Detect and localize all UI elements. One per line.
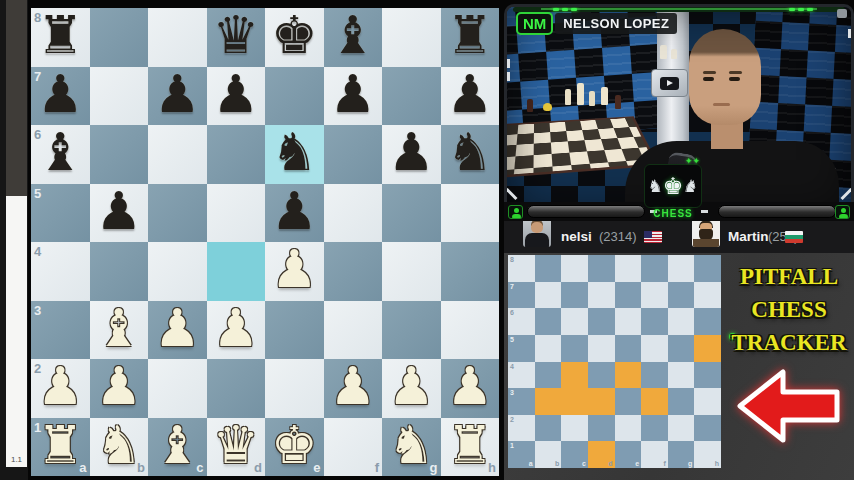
black-pawn: ♟	[207, 67, 266, 126]
square-h2[interactable]: ♟	[441, 359, 500, 418]
square-b4[interactable]	[90, 242, 149, 301]
streamer-title-badge: NM NELSON LOPEZ	[516, 12, 677, 35]
square-c8[interactable]	[148, 8, 207, 67]
square-h1: h	[694, 441, 721, 468]
square-g2	[668, 415, 695, 442]
left-player-rating: (2314)	[599, 229, 637, 244]
black-king: ♚	[265, 8, 324, 67]
led-segment	[562, 8, 568, 11]
white-pawn: ♟	[441, 359, 500, 418]
square-b4	[535, 362, 562, 389]
square-f4	[641, 362, 668, 389]
file-label: h	[715, 460, 719, 467]
square-a1[interactable]: 1a♜	[31, 418, 90, 477]
square-a2: 2	[508, 415, 535, 442]
file-label: c	[582, 460, 586, 467]
file-label: a	[529, 460, 533, 467]
square-f4[interactable]	[324, 242, 383, 301]
white-knight: ♞	[382, 418, 441, 477]
square-e2[interactable]	[265, 359, 324, 418]
stream-frame: 1.1 8♜♛♚♝♜7♟♟♟♟♟6♝♞♟♞5♟♟4♟3♝♟♟2♟♟♟♟♟1a♜b…	[0, 0, 854, 480]
square-g3	[668, 388, 695, 415]
square-a8[interactable]: 8♜	[31, 8, 90, 67]
evaluation-bar: 1.1	[0, 0, 28, 480]
square-f3	[641, 388, 668, 415]
white-knight: ♞	[90, 418, 149, 477]
square-d6[interactable]	[207, 125, 266, 184]
square-d4	[588, 362, 615, 389]
square-f1: f	[641, 441, 668, 468]
avatar-left-player	[523, 218, 551, 247]
square-h6[interactable]: ♞	[441, 125, 500, 184]
rank-label: 2	[510, 416, 514, 423]
square-d3[interactable]: ♟	[207, 301, 266, 360]
square-d4[interactable]	[207, 242, 266, 301]
square-b2[interactable]: ♟	[90, 359, 149, 418]
square-g8	[668, 255, 695, 282]
black-bishop: ♝	[324, 8, 383, 67]
square-g4	[668, 362, 695, 389]
white-king: ♚	[265, 418, 324, 477]
square-g1: g	[668, 441, 695, 468]
white-pawn: ♟	[148, 301, 207, 360]
right-player-name: Martin	[728, 229, 769, 244]
square-c3	[561, 388, 588, 415]
square-e6[interactable]: ♞	[265, 125, 324, 184]
rank-label: 4	[510, 363, 514, 370]
square-e8	[615, 255, 642, 282]
square-e8[interactable]: ♚	[265, 8, 324, 67]
square-c1[interactable]: c♝	[148, 418, 207, 477]
square-c4	[561, 362, 588, 389]
led-segment	[571, 8, 577, 11]
square-f1[interactable]: f	[324, 418, 383, 477]
square-e7	[615, 282, 642, 309]
square-d2[interactable]	[207, 359, 266, 418]
united-states-flag-icon	[644, 231, 662, 243]
square-f8[interactable]: ♝	[324, 8, 383, 67]
square-a5: 5	[508, 335, 535, 362]
square-g5	[668, 335, 695, 362]
square-g7[interactable]	[382, 67, 441, 126]
square-g6	[668, 308, 695, 335]
square-b7[interactable]	[90, 67, 149, 126]
square-e3	[615, 388, 642, 415]
square-h7[interactable]: ♟	[441, 67, 500, 126]
rank-label: 8	[510, 256, 514, 263]
black-pawn: ♟	[31, 67, 90, 126]
frame-edge-detail	[848, 29, 851, 38]
square-h5	[694, 335, 721, 362]
rank-label: 4	[34, 245, 41, 258]
square-f2	[641, 415, 668, 442]
square-b7	[535, 282, 562, 309]
square-f7[interactable]: ♟	[324, 67, 383, 126]
square-b2	[535, 415, 562, 442]
rank-label: 3	[34, 304, 41, 317]
square-e1[interactable]: e♚	[265, 418, 324, 477]
black-rook: ♜	[441, 8, 500, 67]
square-b1[interactable]: b♞	[90, 418, 149, 477]
logo-knight-icon: ♞	[647, 178, 662, 195]
rank-label: 5	[510, 336, 514, 343]
file-label: f	[375, 461, 379, 474]
tracker-title-line: TRACKER	[726, 326, 852, 359]
square-d5[interactable]	[207, 184, 266, 243]
square-d8	[588, 255, 615, 282]
square-d7	[588, 282, 615, 309]
file-label: e	[635, 460, 639, 467]
square-a1: 1a	[508, 441, 535, 468]
black-pawn: ♟	[148, 67, 207, 126]
black-knight: ♞	[265, 125, 324, 184]
square-b6	[535, 308, 562, 335]
square-a3[interactable]: 3	[31, 301, 90, 360]
square-a3: 3	[508, 388, 535, 415]
black-bishop: ♝	[31, 125, 90, 184]
square-h2	[694, 415, 721, 442]
white-queen: ♛	[207, 418, 266, 477]
square-a7: 7	[508, 282, 535, 309]
file-label: d	[608, 460, 612, 467]
square-h5[interactable]	[441, 184, 500, 243]
file-label: b	[555, 460, 559, 467]
square-a6: 6	[508, 308, 535, 335]
square-e1: e	[615, 441, 642, 468]
pitfall-tracker-panel: 87654321abcdefgh PITFALL CHESS TRACKER	[504, 253, 854, 480]
tracker-mini-board: 87654321abcdefgh	[508, 255, 721, 468]
square-c5	[561, 335, 588, 362]
black-pawn: ♟	[265, 184, 324, 243]
avatar-right-player	[692, 218, 720, 247]
evaluation-value: 1.1	[6, 455, 27, 464]
players-bar: nelsi (2314) Martin (250)	[504, 221, 854, 253]
tracker-title-line: PITFALL	[726, 260, 852, 293]
rank-label: 6	[510, 309, 514, 316]
black-rook: ♜	[31, 8, 90, 67]
square-g7	[668, 282, 695, 309]
square-a7[interactable]: 7♟	[31, 67, 90, 126]
tracker-title-line: CHESS	[726, 293, 852, 326]
nm-title-badge: NM	[516, 12, 553, 35]
square-e4[interactable]: ♟	[265, 242, 324, 301]
led-segment	[807, 8, 813, 11]
square-d5	[588, 335, 615, 362]
sparkle-icon: ✦✦	[685, 156, 700, 166]
file-label: f	[663, 460, 665, 467]
square-a2[interactable]: 2♟	[31, 359, 90, 418]
square-f2[interactable]: ♟	[324, 359, 383, 418]
square-f6[interactable]	[324, 125, 383, 184]
logo-crest: ♞ ♚ ♞	[644, 164, 702, 208]
logo-text: CHESS	[638, 208, 708, 219]
square-c6	[561, 308, 588, 335]
red-arrow-icon	[736, 366, 842, 446]
square-e3[interactable]	[265, 301, 324, 360]
black-pawn: ♟	[441, 67, 500, 126]
square-g5[interactable]	[382, 184, 441, 243]
black-pawn: ♟	[90, 184, 149, 243]
square-f7	[641, 282, 668, 309]
square-b5[interactable]: ♟	[90, 184, 149, 243]
square-a8: 8	[508, 255, 535, 282]
rank-label: 5	[34, 187, 41, 200]
square-f5[interactable]	[324, 184, 383, 243]
black-pawn: ♟	[382, 125, 441, 184]
led-segment	[798, 8, 804, 11]
white-bishop: ♝	[148, 418, 207, 477]
streamer-name: NELSON LOPEZ	[555, 13, 677, 34]
square-g6[interactable]: ♟	[382, 125, 441, 184]
square-c5[interactable]	[148, 184, 207, 243]
square-h3	[694, 388, 721, 415]
square-f3[interactable]	[324, 301, 383, 360]
black-queen: ♛	[207, 8, 266, 67]
square-d6	[588, 308, 615, 335]
square-d8[interactable]: ♛	[207, 8, 266, 67]
square-d7[interactable]: ♟	[207, 67, 266, 126]
square-d2	[588, 415, 615, 442]
overlay-pill-left	[527, 205, 645, 218]
file-label: g	[688, 460, 692, 467]
avatar-torso	[525, 233, 549, 247]
square-g1[interactable]: g♞	[382, 418, 441, 477]
rank-label: 1	[510, 442, 514, 449]
square-e2	[615, 415, 642, 442]
square-b6[interactable]	[90, 125, 149, 184]
square-c6[interactable]	[148, 125, 207, 184]
white-pawn: ♟	[324, 359, 383, 418]
square-c2	[561, 415, 588, 442]
avatar-torso	[693, 239, 719, 247]
square-h8	[694, 255, 721, 282]
evaluation-bar-black-side: 1.1	[6, 0, 27, 467]
square-h4[interactable]	[441, 242, 500, 301]
frame-corner-tab	[837, 9, 847, 18]
square-e5[interactable]: ♟	[265, 184, 324, 243]
square-g2[interactable]: ♟	[382, 359, 441, 418]
square-e6	[615, 308, 642, 335]
tracker-title: PITFALL CHESS TRACKER	[726, 260, 852, 359]
square-h1[interactable]: h♜	[441, 418, 500, 477]
square-b5	[535, 335, 562, 362]
left-player-name: nelsi	[561, 229, 592, 244]
square-f5	[641, 335, 668, 362]
square-b8	[535, 255, 562, 282]
square-d1: d	[588, 441, 615, 468]
square-b3	[535, 388, 562, 415]
channel-logo: ✦✦ ♞ ♚ ♞ CHESS	[638, 158, 708, 219]
viewer-person-icon	[835, 205, 850, 219]
frame-edge-detail	[507, 72, 510, 81]
evaluation-bar-white-side: 1.1	[6, 196, 27, 467]
square-c2[interactable]	[148, 359, 207, 418]
square-d1[interactable]: d♛	[207, 418, 266, 477]
square-b1: b	[535, 441, 562, 468]
white-pawn: ♟	[207, 301, 266, 360]
logo-knight-icon: ♞	[683, 178, 698, 195]
square-f8	[641, 255, 668, 282]
square-c4[interactable]	[148, 242, 207, 301]
square-d3	[588, 388, 615, 415]
black-pawn: ♟	[324, 67, 383, 126]
square-b3[interactable]: ♝	[90, 301, 149, 360]
square-a4: 4	[508, 362, 535, 389]
white-pawn: ♟	[31, 359, 90, 418]
square-c8	[561, 255, 588, 282]
logo-king-icon: ♚	[663, 175, 684, 198]
square-f6	[641, 308, 668, 335]
white-bishop: ♝	[90, 301, 149, 360]
main-chess-board: 8♜♛♚♝♜7♟♟♟♟♟6♝♞♟♞5♟♟4♟3♝♟♟2♟♟♟♟♟1a♜b♞c♝d…	[31, 8, 499, 476]
black-knight: ♞	[441, 125, 500, 184]
square-c3[interactable]: ♟	[148, 301, 207, 360]
square-e5	[615, 335, 642, 362]
square-a6[interactable]: 6♝	[31, 125, 90, 184]
rank-label: 7	[510, 283, 514, 290]
square-g4[interactable]	[382, 242, 441, 301]
square-g3[interactable]	[382, 301, 441, 360]
square-e7[interactable]	[265, 67, 324, 126]
square-h6	[694, 308, 721, 335]
white-pawn: ♟	[90, 359, 149, 418]
square-c7[interactable]: ♟	[148, 67, 207, 126]
square-h7	[694, 282, 721, 309]
square-c7	[561, 282, 588, 309]
led-segment	[789, 8, 795, 11]
square-g8[interactable]	[382, 8, 441, 67]
led-segment	[553, 8, 559, 11]
square-h4	[694, 362, 721, 389]
square-e4	[615, 362, 642, 389]
square-b8[interactable]	[90, 8, 149, 67]
square-h8[interactable]: ♜	[441, 8, 500, 67]
overlay-pill-right	[718, 205, 836, 218]
white-pawn: ♟	[382, 359, 441, 418]
square-a4[interactable]: 4	[31, 242, 90, 301]
white-rook: ♜	[31, 418, 90, 477]
square-c1: c	[561, 441, 588, 468]
square-a5[interactable]: 5	[31, 184, 90, 243]
white-rook: ♜	[441, 418, 500, 477]
rank-label: 3	[510, 389, 514, 396]
frame-edge-detail	[507, 59, 510, 68]
viewer-person-icon	[508, 205, 523, 219]
avatar-face	[531, 222, 543, 233]
bulgaria-flag-icon	[785, 231, 803, 243]
square-h3[interactable]	[441, 301, 500, 360]
white-pawn: ♟	[265, 242, 324, 301]
